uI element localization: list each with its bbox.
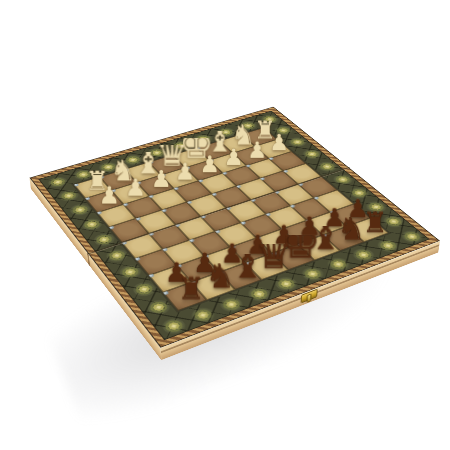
piece-black-pawn: ♟ xyxy=(160,256,192,288)
product-photo-scene: ♜♞♝♛♚♝♞♜♟♟♟♟♟♟♟♟♟♟♟♟♟♟♟♟♜♞♝♛♚♝♞♜ xyxy=(0,0,450,450)
piece-black-pawn: ♟ xyxy=(294,211,324,241)
piece-black-pawn: ♟ xyxy=(188,247,219,278)
piece-black-rook: ♜ xyxy=(175,274,208,307)
piece-black-knight: ♞ xyxy=(204,264,236,296)
piece-black-rook: ♜ xyxy=(360,208,390,238)
piece-black-bishop: ♝ xyxy=(311,226,342,257)
piece-black-bishop: ♝ xyxy=(231,254,263,286)
piece-black-knight: ♞ xyxy=(336,217,366,247)
piece-black-king: ♚ xyxy=(285,235,316,266)
piece-black-pawn: ♟ xyxy=(216,238,247,269)
piece-black-queen: ♛ xyxy=(258,244,289,275)
piece-black-pawn: ♟ xyxy=(242,228,273,259)
piece-black-pawn: ♟ xyxy=(269,219,299,249)
